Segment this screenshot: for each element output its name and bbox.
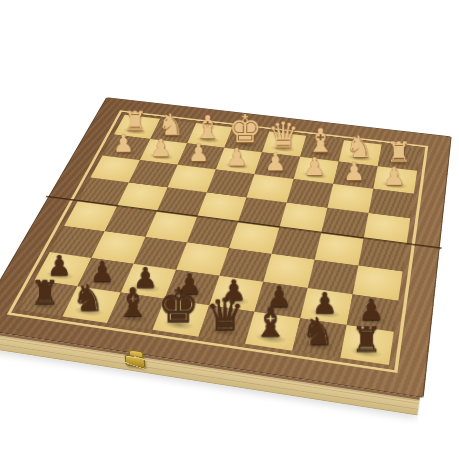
black-bishop-f8[interactable]: ♝ [115, 283, 150, 322]
white-pawn-f2[interactable]: ♟ [188, 140, 210, 164]
piece-anchor: ♚ [152, 298, 209, 336]
square-d3[interactable] [246, 174, 293, 202]
white-pawn-b2[interactable]: ♟ [343, 159, 365, 184]
piece-anchor: ♜ [18, 280, 77, 316]
black-bishop-c8[interactable]: ♝ [253, 303, 289, 343]
folding-chess-box: ♜♞♝♚♛♝♞♜♟♟♟♟♟♟♟♟♟♟♟♟♟♟♟♟♜♞♝♚♛♝♞♜ [0, 97, 451, 398]
black-king-e8[interactable]: ♚ [157, 282, 199, 329]
white-pawn-h2[interactable]: ♟ [113, 131, 134, 155]
playing-area: ♜♞♝♚♛♝♞♜♟♟♟♟♟♟♟♟♟♟♟♟♟♟♟♟♜♞♝♚♛♝♞♜ [18, 114, 420, 364]
white-pawn-d2[interactable]: ♟ [264, 149, 286, 173]
white-pawn-e2[interactable]: ♟ [226, 145, 248, 169]
square-d8[interactable]: ♛ [198, 305, 254, 343]
square-e8[interactable]: ♚ [152, 298, 209, 336]
white-pawn-c2[interactable]: ♟ [303, 154, 325, 179]
square-a8[interactable]: ♜ [340, 325, 394, 365]
square-c8[interactable]: ♝ [245, 311, 300, 350]
black-knight-g8[interactable]: ♞ [72, 279, 105, 315]
piece-anchor: ♟ [293, 156, 338, 183]
brass-clasp-icon [122, 348, 146, 369]
black-queen-d8[interactable]: ♛ [204, 292, 243, 336]
square-c3[interactable] [286, 179, 333, 208]
piece-anchor: ♞ [292, 318, 346, 357]
product-photo: ♜♞♝♚♛♝♞♜♟♟♟♟♟♟♟♟♟♟♟♟♟♟♟♟♜♞♝♚♛♝♞♜ [0, 0, 459, 459]
white-pawn-a2[interactable]: ♟ [383, 163, 405, 188]
square-h8[interactable]: ♜ [18, 280, 77, 316]
square-b8[interactable]: ♞ [292, 318, 346, 357]
piece-anchor: ♜ [340, 325, 394, 365]
black-rook-a8[interactable]: ♜ [350, 322, 381, 357]
piece-anchor: ♛ [198, 305, 254, 343]
piece-anchor: ♝ [245, 311, 300, 350]
white-pawn-g2[interactable]: ♟ [150, 136, 172, 160]
board-border-line: ♜♞♝♚♛♝♞♜♟♟♟♟♟♟♟♟♟♟♟♟♟♟♟♟♜♞♝♚♛♝♞♜ [6, 110, 427, 373]
black-knight-b8[interactable]: ♞ [301, 312, 335, 350]
black-rook-h8[interactable]: ♜ [29, 276, 59, 309]
square-c2[interactable]: ♟ [293, 156, 338, 183]
chess-scene: ♜♞♝♚♛♝♞♜♟♟♟♟♟♟♟♟♟♟♟♟♟♟♟♟♜♞♝♚♛♝♞♜ [0, 0, 459, 459]
